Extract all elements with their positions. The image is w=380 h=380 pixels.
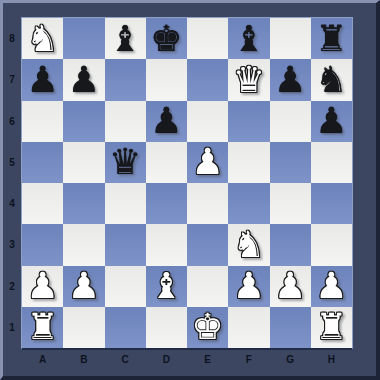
file-label-f: F — [228, 349, 269, 369]
square-c8[interactable]: ♝ — [105, 18, 146, 59]
file-label-d: D — [146, 349, 187, 369]
rank-label-4: 4 — [3, 183, 21, 224]
file-label-c: C — [105, 349, 146, 369]
rank-label-5: 5 — [3, 142, 21, 183]
white-rook-icon[interactable]: ♜ — [22, 307, 63, 348]
white-pawn-icon[interactable]: ♟ — [228, 266, 269, 307]
file-label-e: E — [187, 349, 228, 369]
square-f4[interactable] — [228, 183, 269, 224]
square-a3[interactable] — [22, 224, 63, 265]
square-a5[interactable] — [22, 142, 63, 183]
white-bishop-icon[interactable]: ♝ — [146, 266, 187, 307]
square-d6[interactable]: ♟ — [146, 101, 187, 142]
square-b2[interactable]: ♟ — [63, 266, 104, 307]
black-knight-icon[interactable]: ♞ — [311, 59, 352, 100]
square-b7[interactable]: ♟ — [63, 59, 104, 100]
rank-label-7: 7 — [3, 59, 21, 100]
square-c6[interactable] — [105, 101, 146, 142]
rank-label-2: 2 — [3, 266, 21, 307]
square-g1[interactable] — [270, 307, 311, 348]
white-pawn-icon[interactable]: ♟ — [187, 142, 228, 183]
white-pawn-icon[interactable]: ♟ — [63, 266, 104, 307]
black-pawn-icon[interactable]: ♟ — [270, 59, 311, 100]
white-king-icon[interactable]: ♚ — [187, 307, 228, 348]
square-d4[interactable] — [146, 183, 187, 224]
square-e1[interactable]: ♚ — [187, 307, 228, 348]
square-b1[interactable] — [63, 307, 104, 348]
square-e2[interactable] — [187, 266, 228, 307]
square-g4[interactable] — [270, 183, 311, 224]
square-h6[interactable]: ♟ — [311, 101, 352, 142]
square-e4[interactable] — [187, 183, 228, 224]
square-a4[interactable] — [22, 183, 63, 224]
square-f6[interactable] — [228, 101, 269, 142]
square-d8[interactable]: ♚ — [146, 18, 187, 59]
white-knight-icon[interactable]: ♞ — [228, 224, 269, 265]
square-a6[interactable] — [22, 101, 63, 142]
square-c2[interactable] — [105, 266, 146, 307]
square-f5[interactable] — [228, 142, 269, 183]
square-f2[interactable]: ♟ — [228, 266, 269, 307]
white-knight-icon[interactable]: ♞ — [22, 18, 63, 59]
square-g2[interactable]: ♟ — [270, 266, 311, 307]
square-h3[interactable] — [311, 224, 352, 265]
square-f8[interactable]: ♝ — [228, 18, 269, 59]
square-d7[interactable] — [146, 59, 187, 100]
rank-labels: 87654321 — [3, 18, 21, 348]
square-g3[interactable] — [270, 224, 311, 265]
square-f1[interactable] — [228, 307, 269, 348]
square-g8[interactable] — [270, 18, 311, 59]
square-b4[interactable] — [63, 183, 104, 224]
square-h1[interactable]: ♜ — [311, 307, 352, 348]
white-pawn-icon[interactable]: ♟ — [22, 266, 63, 307]
square-b5[interactable] — [63, 142, 104, 183]
square-a7[interactable]: ♟ — [22, 59, 63, 100]
white-pawn-icon[interactable]: ♟ — [311, 266, 352, 307]
square-g5[interactable] — [270, 142, 311, 183]
board-frame: 87654321 ♞♝♚♝♜♟♟♛♟♞♟♟♛♟♞♟♟♝♟♟♟♜♚♜ ABCDEF… — [0, 0, 380, 380]
square-e7[interactable] — [187, 59, 228, 100]
white-queen-icon[interactable]: ♛ — [228, 59, 269, 100]
black-pawn-icon[interactable]: ♟ — [63, 59, 104, 100]
rank-label-6: 6 — [3, 101, 21, 142]
square-g7[interactable]: ♟ — [270, 59, 311, 100]
file-labels: ABCDEFGH — [22, 349, 352, 369]
square-g6[interactable] — [270, 101, 311, 142]
square-c4[interactable] — [105, 183, 146, 224]
square-e8[interactable] — [187, 18, 228, 59]
square-d1[interactable] — [146, 307, 187, 348]
square-a8[interactable]: ♞ — [22, 18, 63, 59]
square-d3[interactable] — [146, 224, 187, 265]
white-pawn-icon[interactable]: ♟ — [270, 266, 311, 307]
rank-label-3: 3 — [3, 224, 21, 265]
white-rook-icon[interactable]: ♜ — [311, 307, 352, 348]
square-e5[interactable]: ♟ — [187, 142, 228, 183]
square-d5[interactable] — [146, 142, 187, 183]
square-h5[interactable] — [311, 142, 352, 183]
square-b8[interactable] — [63, 18, 104, 59]
rank-label-8: 8 — [3, 18, 21, 59]
square-d2[interactable]: ♝ — [146, 266, 187, 307]
square-f3[interactable]: ♞ — [228, 224, 269, 265]
file-label-a: A — [22, 349, 63, 369]
file-label-b: B — [63, 349, 104, 369]
square-e6[interactable] — [187, 101, 228, 142]
black-pawn-icon[interactable]: ♟ — [22, 59, 63, 100]
square-a2[interactable]: ♟ — [22, 266, 63, 307]
black-pawn-icon[interactable]: ♟ — [311, 101, 352, 142]
square-b6[interactable] — [63, 101, 104, 142]
black-bishop-icon[interactable]: ♝ — [228, 18, 269, 59]
square-c5[interactable]: ♛ — [105, 142, 146, 183]
square-f7[interactable]: ♛ — [228, 59, 269, 100]
file-label-g: G — [270, 349, 311, 369]
square-h2[interactable]: ♟ — [311, 266, 352, 307]
square-b3[interactable] — [63, 224, 104, 265]
square-c1[interactable] — [105, 307, 146, 348]
black-pawn-icon[interactable]: ♟ — [146, 101, 187, 142]
square-c7[interactable] — [105, 59, 146, 100]
square-a1[interactable]: ♜ — [22, 307, 63, 348]
rank-label-1: 1 — [3, 307, 21, 348]
file-label-h: H — [311, 349, 352, 369]
chess-board: ♞♝♚♝♜♟♟♛♟♞♟♟♛♟♞♟♟♝♟♟♟♜♚♜ — [21, 17, 353, 350]
square-h4[interactable] — [311, 183, 352, 224]
black-queen-icon[interactable]: ♛ — [105, 142, 146, 183]
black-bishop-icon[interactable]: ♝ — [105, 18, 146, 59]
square-h7[interactable]: ♞ — [311, 59, 352, 100]
square-e3[interactable] — [187, 224, 228, 265]
square-c3[interactable] — [105, 224, 146, 265]
black-king-icon[interactable]: ♚ — [146, 18, 187, 59]
square-h8[interactable]: ♜ — [311, 18, 352, 59]
black-rook-icon[interactable]: ♜ — [311, 18, 352, 59]
